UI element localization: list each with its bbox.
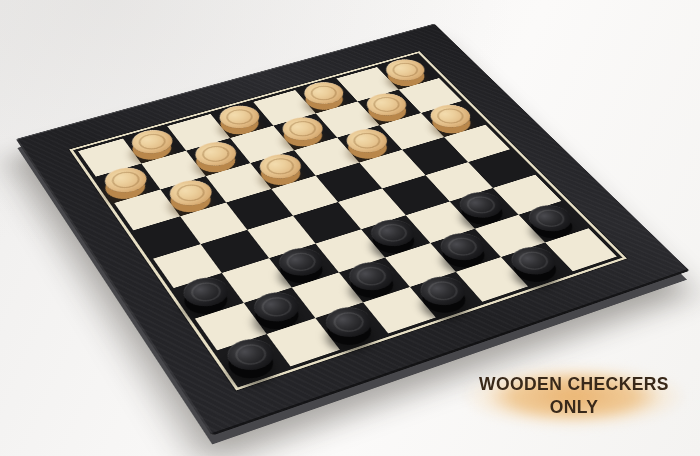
badge-text: WOODEN CHECKERS ONLY (448, 373, 700, 419)
badge-line-2: ONLY (448, 396, 700, 419)
product-badge: WOODEN CHECKERS ONLY (448, 360, 700, 440)
product-photo-scene: WOODEN CHECKERS ONLY (0, 0, 700, 456)
badge-line-1: WOODEN CHECKERS (448, 373, 700, 396)
board-playing-field (78, 56, 617, 384)
